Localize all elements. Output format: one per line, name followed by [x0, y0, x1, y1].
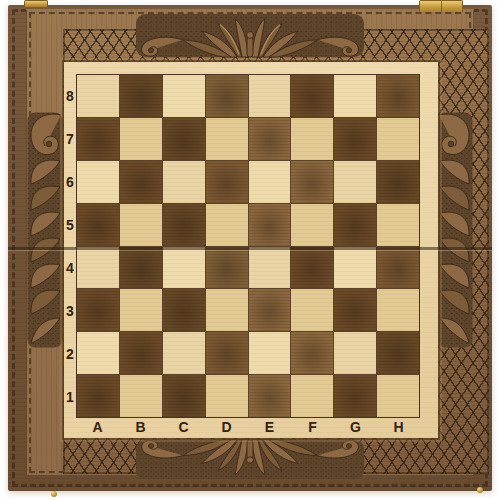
- file-label-g: G: [334, 419, 377, 435]
- feather-plume-right-icon: [437, 112, 473, 348]
- acanthus-carving-bottom-icon: [130, 438, 370, 482]
- file-label-h: H: [377, 419, 420, 435]
- square-c7[interactable]: [163, 118, 205, 160]
- file-label-a: A: [76, 419, 119, 435]
- square-c4[interactable]: [163, 247, 205, 289]
- square-e7[interactable]: [249, 118, 291, 160]
- square-g1[interactable]: [334, 375, 376, 417]
- square-e2[interactable]: [249, 332, 291, 374]
- rank-label-3: 3: [64, 289, 76, 332]
- square-b8[interactable]: [120, 75, 162, 117]
- square-d7[interactable]: [206, 118, 248, 160]
- square-a3[interactable]: [77, 289, 119, 331]
- square-c5[interactable]: [163, 204, 205, 246]
- square-h8[interactable]: [377, 75, 419, 117]
- square-g3[interactable]: [334, 289, 376, 331]
- square-d1[interactable]: [206, 375, 248, 417]
- brass-latch-icon: [419, 0, 463, 12]
- feather-plume-left-icon: [27, 112, 63, 348]
- file-label-f: F: [291, 419, 334, 435]
- square-e1[interactable]: [249, 375, 291, 417]
- square-a4[interactable]: [77, 247, 119, 289]
- square-a6[interactable]: [77, 161, 119, 203]
- carved-wooden-chessboard: 87654321 ABCDEFGH: [0, 0, 500, 500]
- file-label-e: E: [248, 419, 291, 435]
- square-h6[interactable]: [377, 161, 419, 203]
- square-h1[interactable]: [377, 375, 419, 417]
- square-d2[interactable]: [206, 332, 248, 374]
- acanthus-carving-top-icon: [130, 11, 370, 59]
- square-f1[interactable]: [291, 375, 333, 417]
- square-d5[interactable]: [206, 204, 248, 246]
- square-h3[interactable]: [377, 289, 419, 331]
- square-d3[interactable]: [206, 289, 248, 331]
- brass-foot-right-icon: [477, 487, 483, 493]
- square-h4[interactable]: [377, 247, 419, 289]
- square-g6[interactable]: [334, 161, 376, 203]
- rank-label-4: 4: [64, 246, 76, 289]
- rank-label-8: 8: [64, 74, 76, 117]
- square-b6[interactable]: [120, 161, 162, 203]
- square-g2[interactable]: [334, 332, 376, 374]
- file-label-b: B: [119, 419, 162, 435]
- square-d6[interactable]: [206, 161, 248, 203]
- rank-label-6: 6: [64, 160, 76, 203]
- fold-seam: [8, 247, 492, 250]
- square-f7[interactable]: [291, 118, 333, 160]
- square-d4[interactable]: [206, 247, 248, 289]
- square-b7[interactable]: [120, 118, 162, 160]
- chess-board: 87654321 ABCDEFGH: [64, 62, 438, 438]
- square-f5[interactable]: [291, 204, 333, 246]
- square-g8[interactable]: [334, 75, 376, 117]
- square-c6[interactable]: [163, 161, 205, 203]
- square-f3[interactable]: [291, 289, 333, 331]
- file-labels: ABCDEFGH: [76, 418, 420, 436]
- rank-label-5: 5: [64, 203, 76, 246]
- rank-labels: 87654321: [64, 74, 76, 418]
- file-label-c: C: [162, 419, 205, 435]
- square-h2[interactable]: [377, 332, 419, 374]
- square-e6[interactable]: [249, 161, 291, 203]
- square-g7[interactable]: [334, 118, 376, 160]
- square-f2[interactable]: [291, 332, 333, 374]
- file-label-d: D: [205, 419, 248, 435]
- square-a7[interactable]: [77, 118, 119, 160]
- board-grid: [76, 74, 420, 418]
- square-c2[interactable]: [163, 332, 205, 374]
- square-c8[interactable]: [163, 75, 205, 117]
- square-f8[interactable]: [291, 75, 333, 117]
- square-h7[interactable]: [377, 118, 419, 160]
- brass-foot-left-icon: [51, 491, 57, 497]
- square-b4[interactable]: [120, 247, 162, 289]
- square-f4[interactable]: [291, 247, 333, 289]
- square-h5[interactable]: [377, 204, 419, 246]
- square-a8[interactable]: [77, 75, 119, 117]
- square-b1[interactable]: [120, 375, 162, 417]
- square-a2[interactable]: [77, 332, 119, 374]
- square-c1[interactable]: [163, 375, 205, 417]
- square-f6[interactable]: [291, 161, 333, 203]
- square-c3[interactable]: [163, 289, 205, 331]
- square-a5[interactable]: [77, 204, 119, 246]
- square-b2[interactable]: [120, 332, 162, 374]
- rank-label-2: 2: [64, 332, 76, 375]
- square-e8[interactable]: [249, 75, 291, 117]
- square-g4[interactable]: [334, 247, 376, 289]
- rank-label-7: 7: [64, 117, 76, 160]
- square-e3[interactable]: [249, 289, 291, 331]
- square-b5[interactable]: [120, 204, 162, 246]
- square-a1[interactable]: [77, 375, 119, 417]
- square-e4[interactable]: [249, 247, 291, 289]
- square-b3[interactable]: [120, 289, 162, 331]
- brass-hinge-small-icon: [24, 0, 48, 7]
- rank-label-1: 1: [64, 375, 76, 418]
- square-d8[interactable]: [206, 75, 248, 117]
- square-g5[interactable]: [334, 204, 376, 246]
- square-e5[interactable]: [249, 204, 291, 246]
